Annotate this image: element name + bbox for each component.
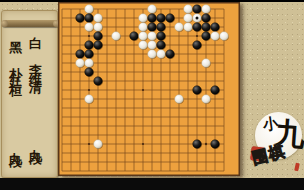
white-stone-3-2 [85,23,94,32]
white-stone-13-2 [175,23,184,32]
star-point [88,143,90,145]
go-board-svg[interactable] [58,2,240,176]
black-stone-15-2 [193,23,202,32]
black-stone-11-2 [157,23,166,32]
black-stone-4-4 [94,41,103,50]
black-stone-10-1 [148,14,157,23]
star-point [88,89,90,91]
white-stone-10-5 [148,50,157,59]
black-stone-4-8 [94,77,103,86]
marker-dot [205,143,207,145]
white-stone-10-3 [148,32,157,41]
black-stone-11-4 [157,41,166,50]
black-stone-3-7 [85,68,94,77]
black-stone-15-15 [193,140,202,149]
white-stone-10-4 [148,41,157,50]
white-stone-3-10 [85,95,94,104]
player-info-panel: 白 李维清 九段 黑 朴廷桓 九段 [1,10,58,178]
black-player-rank: 九段 [6,141,24,147]
white-stone-6-3 [112,32,121,41]
white-stone-16-10 [202,95,211,104]
black-stone-17-2 [211,23,220,32]
white-player-name: 李维清 [26,53,44,77]
black-stone-16-1 [202,14,211,23]
video-player-bar: 0:00 / 0:00 [0,178,304,190]
black-stone-4-3 [94,32,103,41]
white-stone-4-1 [94,14,103,23]
channel-logo: 小 九 围棋 [243,105,304,177]
white-stone-18-3 [220,32,229,41]
white-stone-17-3 [211,32,220,41]
white-stone-9-1 [139,14,148,23]
star-point [142,89,144,91]
white-player-rank: 九段 [26,138,44,144]
white-stone-9-4 [139,41,148,50]
black-stone-15-0 [193,5,202,14]
white-stone-4-2 [94,23,103,32]
video-frame: 白 李维清 九段 黑 朴廷桓 九段 小 九 围棋 0:00 / 0:00 [0,0,304,190]
black-stone-3-4 [85,41,94,50]
black-player-name: 朴廷桓 [6,57,24,81]
star-point [88,35,90,37]
last-move-marker [196,17,199,20]
white-stone-3-0 [85,5,94,14]
black-stone-2-1 [76,14,85,23]
black-stone-17-15 [211,140,220,149]
black-stone-15-9 [193,86,202,95]
white-stone-4-15 [94,140,103,149]
logo-sub-text: 围棋 [250,141,288,170]
logo-red-mark [294,163,300,172]
white-stone-3-6 [85,59,94,68]
white-stone-16-0 [202,5,211,14]
black-stone-11-3 [157,32,166,41]
white-stone-11-5 [157,50,166,59]
black-stone-3-1 [85,14,94,23]
black-stone-2-5 [76,50,85,59]
white-stone-14-1 [184,14,193,23]
white-stone-14-0 [184,5,193,14]
black-stone-16-3 [202,32,211,41]
white-stone-13-10 [175,95,184,104]
black-stone-16-2 [202,23,211,32]
white-stone-9-2 [139,23,148,32]
black-stone-10-2 [148,23,157,32]
black-stone-17-9 [211,86,220,95]
scroll-rod-decoration [2,20,59,27]
black-stone-8-3 [130,32,139,41]
white-stone-2-6 [76,59,85,68]
star-point [142,143,144,145]
white-stone-9-3 [139,32,148,41]
black-stone-3-5 [85,50,94,59]
black-stone-15-4 [193,41,202,50]
go-board[interactable] [58,2,240,176]
white-stone-16-6 [202,59,211,68]
white-stone-14-2 [184,23,193,32]
white-stone-10-0 [148,5,157,14]
black-stone-12-5 [166,50,175,59]
black-stone-11-1 [157,14,166,23]
black-stone-12-1 [166,14,175,23]
star-point [196,35,198,37]
